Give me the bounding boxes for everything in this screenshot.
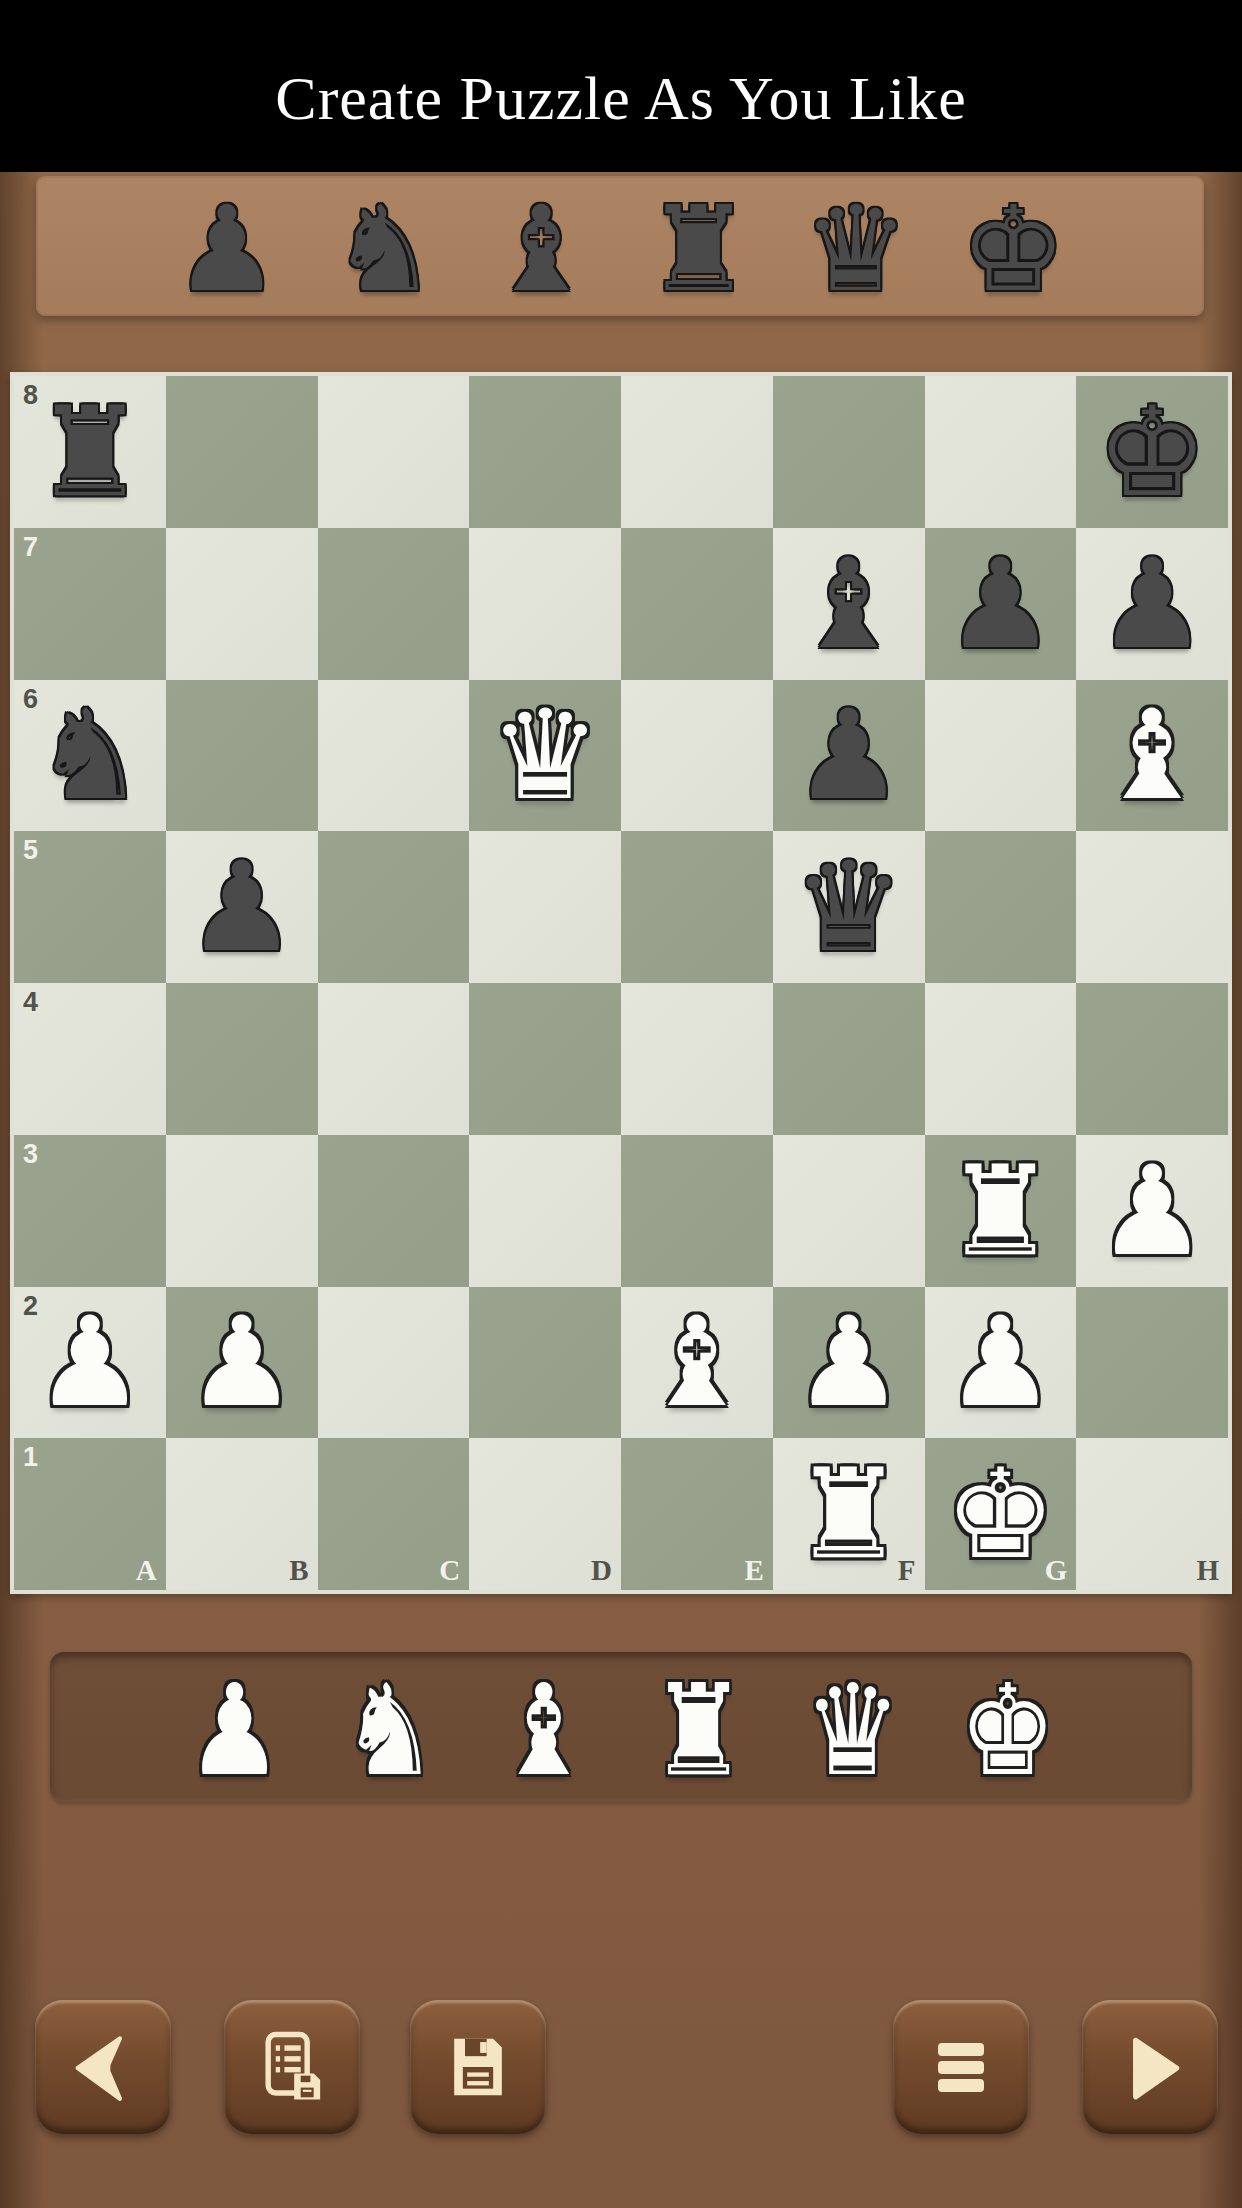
square-c4[interactable] xyxy=(318,983,470,1135)
square-c8[interactable] xyxy=(318,376,470,528)
white-rook[interactable]: ♜ xyxy=(945,1149,1056,1273)
tray-black-queen[interactable]: ♛ xyxy=(803,190,909,308)
file-label-F: F xyxy=(898,1554,916,1587)
black-piece-tray: ♟♞♝♜♛♚ xyxy=(36,176,1204,316)
square-e8[interactable] xyxy=(621,376,773,528)
tray-black-knight[interactable]: ♞ xyxy=(331,190,437,308)
screen: Create Puzzle As You Like ♟♞♝♜♛♚ 8♜♚7♝♟♟… xyxy=(0,0,1242,2208)
tray-white-knight[interactable]: ♞ xyxy=(341,1668,438,1794)
square-g7[interactable]: ♟ xyxy=(925,528,1077,680)
square-c1[interactable]: C xyxy=(318,1438,470,1590)
white-rook[interactable]: ♜ xyxy=(793,1452,904,1576)
square-b1[interactable]: B xyxy=(166,1438,318,1590)
square-e6[interactable] xyxy=(621,680,773,832)
tray-black-pawn[interactable]: ♟ xyxy=(174,190,280,308)
square-b7[interactable] xyxy=(166,528,318,680)
file-label-B: B xyxy=(289,1554,308,1587)
file-label-G: G xyxy=(1045,1554,1068,1587)
rank-label-1: 1 xyxy=(23,1442,38,1473)
white-pawn[interactable]: ♟ xyxy=(1097,1149,1208,1273)
file-label-H: H xyxy=(1196,1554,1219,1587)
rank-label-2: 2 xyxy=(23,1291,38,1322)
square-h4[interactable] xyxy=(1076,983,1228,1135)
arrow-left-icon xyxy=(65,2029,141,2105)
square-c5[interactable] xyxy=(318,831,470,983)
tray-white-queen[interactable]: ♛ xyxy=(804,1668,901,1794)
square-g5[interactable] xyxy=(925,831,1077,983)
square-c3[interactable] xyxy=(318,1135,470,1287)
black-pawn[interactable]: ♟ xyxy=(793,693,904,817)
tray-white-bishop[interactable]: ♝ xyxy=(495,1668,592,1794)
square-d2[interactable] xyxy=(469,1287,621,1439)
square-f5[interactable]: ♛ xyxy=(773,831,925,983)
square-e1[interactable]: E xyxy=(621,1438,773,1590)
rank-label-3: 3 xyxy=(23,1139,38,1170)
rank-label-5: 5 xyxy=(23,835,38,866)
tray-black-rook[interactable]: ♜ xyxy=(646,190,752,308)
square-a3[interactable]: 3 xyxy=(14,1135,166,1287)
square-d1[interactable]: D xyxy=(469,1438,621,1590)
rank-label-8: 8 xyxy=(23,380,38,411)
square-f1[interactable]: F♜ xyxy=(773,1438,925,1590)
white-pawn[interactable]: ♟ xyxy=(34,1300,145,1424)
tray-black-king[interactable]: ♚ xyxy=(960,190,1066,308)
white-king[interactable]: ♚ xyxy=(945,1452,1056,1576)
play-button[interactable] xyxy=(1082,2000,1218,2134)
square-h1[interactable]: H xyxy=(1076,1438,1228,1590)
square-a5[interactable]: 5 xyxy=(14,831,166,983)
black-pawn[interactable]: ♟ xyxy=(186,845,297,969)
square-e7[interactable] xyxy=(621,528,773,680)
square-d6[interactable]: ♛ xyxy=(469,680,621,832)
tray-white-rook[interactable]: ♜ xyxy=(650,1668,747,1794)
save-button[interactable] xyxy=(410,2000,546,2134)
square-h2[interactable] xyxy=(1076,1287,1228,1439)
tray-white-king[interactable]: ♚ xyxy=(959,1668,1056,1794)
floppy-icon xyxy=(439,2028,517,2106)
black-knight[interactable]: ♞ xyxy=(34,693,145,817)
square-f3[interactable] xyxy=(773,1135,925,1287)
square-e2[interactable]: ♝ xyxy=(621,1287,773,1439)
square-f6[interactable]: ♟ xyxy=(773,680,925,832)
square-c2[interactable] xyxy=(318,1287,470,1439)
header-bar: Create Puzzle As You Like xyxy=(0,0,1242,172)
square-b8[interactable] xyxy=(166,376,318,528)
square-g1[interactable]: G♚ xyxy=(925,1438,1077,1590)
tray-white-pawn[interactable]: ♟ xyxy=(186,1668,283,1794)
square-d7[interactable] xyxy=(469,528,621,680)
black-pawn[interactable]: ♟ xyxy=(1097,542,1208,666)
menu-button[interactable] xyxy=(893,2000,1029,2134)
square-b6[interactable] xyxy=(166,680,318,832)
square-e3[interactable] xyxy=(621,1135,773,1287)
square-h3[interactable]: ♟ xyxy=(1076,1135,1228,1287)
white-bishop[interactable]: ♝ xyxy=(1097,693,1208,817)
square-d5[interactable] xyxy=(469,831,621,983)
black-rook[interactable]: ♜ xyxy=(34,390,145,514)
file-label-D: D xyxy=(591,1554,612,1587)
square-d4[interactable] xyxy=(469,983,621,1135)
square-g2[interactable]: ♟ xyxy=(925,1287,1077,1439)
square-g6[interactable] xyxy=(925,680,1077,832)
square-c7[interactable] xyxy=(318,528,470,680)
square-d3[interactable] xyxy=(469,1135,621,1287)
white-pawn[interactable]: ♟ xyxy=(793,1300,904,1424)
square-b3[interactable] xyxy=(166,1135,318,1287)
square-g8[interactable] xyxy=(925,376,1077,528)
square-b2[interactable]: ♟ xyxy=(166,1287,318,1439)
square-e5[interactable] xyxy=(621,831,773,983)
hamburger-icon xyxy=(925,2031,997,2103)
chess-board: 8♜♚7♝♟♟6♞♛♟♝5♟♛43♜♟2♟♟♝♟♟1ABCDEF♜G♚H xyxy=(10,372,1232,1594)
square-h7[interactable]: ♟ xyxy=(1076,528,1228,680)
square-a6[interactable]: 6♞ xyxy=(14,680,166,832)
list-save-icon xyxy=(253,2028,331,2106)
tray-black-bishop[interactable]: ♝ xyxy=(488,190,594,308)
square-a2[interactable]: 2♟ xyxy=(14,1287,166,1439)
white-pawn[interactable]: ♟ xyxy=(945,1300,1056,1424)
rank-label-6: 6 xyxy=(23,684,38,715)
white-queen[interactable]: ♛ xyxy=(490,693,601,817)
file-label-A: A xyxy=(136,1554,157,1587)
white-piece-tray: ♟♞♝♜♛♚ xyxy=(50,1652,1192,1802)
square-a8[interactable]: 8♜ xyxy=(14,376,166,528)
white-pawn[interactable]: ♟ xyxy=(186,1300,297,1424)
square-a1[interactable]: 1A xyxy=(14,1438,166,1590)
square-b5[interactable]: ♟ xyxy=(166,831,318,983)
square-h8[interactable]: ♚ xyxy=(1076,376,1228,528)
square-b4[interactable] xyxy=(166,983,318,1135)
file-label-C: C xyxy=(439,1554,460,1587)
white-bishop[interactable]: ♝ xyxy=(641,1300,752,1424)
square-g3[interactable]: ♜ xyxy=(925,1135,1077,1287)
rank-label-7: 7 xyxy=(23,532,38,563)
square-f4[interactable] xyxy=(773,983,925,1135)
play-icon xyxy=(1113,2030,1187,2104)
square-a4[interactable]: 4 xyxy=(14,983,166,1135)
square-d8[interactable] xyxy=(469,376,621,528)
square-g4[interactable] xyxy=(925,983,1077,1135)
black-bishop[interactable]: ♝ xyxy=(793,542,904,666)
square-f7[interactable]: ♝ xyxy=(773,528,925,680)
square-h6[interactable]: ♝ xyxy=(1076,680,1228,832)
black-queen[interactable]: ♛ xyxy=(793,845,904,969)
square-h5[interactable] xyxy=(1076,831,1228,983)
back-button[interactable] xyxy=(35,2000,171,2134)
square-c6[interactable] xyxy=(318,680,470,832)
square-a7[interactable]: 7 xyxy=(14,528,166,680)
load-puzzle-list-button[interactable] xyxy=(224,2000,360,2134)
square-f8[interactable] xyxy=(773,376,925,528)
square-f2[interactable]: ♟ xyxy=(773,1287,925,1439)
square-e4[interactable] xyxy=(621,983,773,1135)
rank-label-4: 4 xyxy=(23,987,38,1018)
black-pawn[interactable]: ♟ xyxy=(945,542,1056,666)
file-label-E: E xyxy=(744,1554,763,1587)
black-king[interactable]: ♚ xyxy=(1097,390,1208,514)
page-title: Create Puzzle As You Like xyxy=(275,39,966,134)
